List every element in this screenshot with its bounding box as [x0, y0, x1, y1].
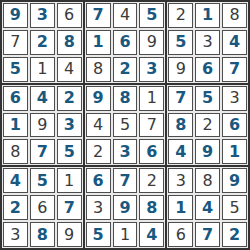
cell-r1c6[interactable]: 5	[139, 3, 164, 28]
cell-r2c6[interactable]: 9	[139, 30, 164, 55]
box-8: 672398514	[85, 167, 166, 248]
cell-r3c7[interactable]: 9	[168, 57, 193, 82]
cell-r1c5[interactable]: 4	[113, 3, 138, 28]
cell-r7c2[interactable]: 5	[30, 168, 55, 193]
cell-r6c6[interactable]: 6	[139, 139, 164, 164]
cell-r2c4[interactable]: 1	[86, 30, 111, 55]
cell-r7c7[interactable]: 3	[168, 168, 193, 193]
cell-r4c1[interactable]: 6	[3, 86, 28, 111]
cell-r2c5[interactable]: 6	[113, 30, 138, 55]
cell-r5c9[interactable]: 6	[222, 113, 247, 138]
cell-r5c4[interactable]: 4	[86, 113, 111, 138]
box-5: 981457236	[85, 85, 166, 166]
cell-r3c6[interactable]: 3	[139, 57, 164, 82]
cell-r9c5[interactable]: 1	[113, 222, 138, 247]
cell-r1c1[interactable]: 9	[3, 3, 28, 28]
cell-r7c8[interactable]: 8	[195, 168, 220, 193]
cell-r8c8[interactable]: 4	[195, 195, 220, 220]
cell-r2c3[interactable]: 8	[57, 30, 82, 55]
cell-r3c3[interactable]: 4	[57, 57, 82, 82]
cell-r4c7[interactable]: 7	[168, 86, 193, 111]
cell-r6c9[interactable]: 1	[222, 139, 247, 164]
cell-r9c8[interactable]: 7	[195, 222, 220, 247]
cell-r4c5[interactable]: 8	[113, 86, 138, 111]
box-1: 936728514	[2, 2, 83, 83]
cell-r5c5[interactable]: 5	[113, 113, 138, 138]
cell-r5c8[interactable]: 2	[195, 113, 220, 138]
box-4: 642193875	[2, 85, 83, 166]
cell-r7c4[interactable]: 6	[86, 168, 111, 193]
cell-r6c7[interactable]: 4	[168, 139, 193, 164]
cell-r6c1[interactable]: 8	[3, 139, 28, 164]
cell-r9c7[interactable]: 6	[168, 222, 193, 247]
cell-r2c2[interactable]: 2	[30, 30, 55, 55]
cell-r6c5[interactable]: 3	[113, 139, 138, 164]
cell-r4c2[interactable]: 4	[30, 86, 55, 111]
cell-r6c8[interactable]: 9	[195, 139, 220, 164]
cell-r5c1[interactable]: 1	[3, 113, 28, 138]
cell-r1c2[interactable]: 3	[30, 3, 55, 28]
cell-r8c6[interactable]: 8	[139, 195, 164, 220]
cell-r6c2[interactable]: 7	[30, 139, 55, 164]
cell-r9c2[interactable]: 8	[30, 222, 55, 247]
cell-r2c8[interactable]: 3	[195, 30, 220, 55]
cell-r3c2[interactable]: 1	[30, 57, 55, 82]
cell-r8c9[interactable]: 5	[222, 195, 247, 220]
cell-r7c3[interactable]: 1	[57, 168, 82, 193]
cell-r5c6[interactable]: 7	[139, 113, 164, 138]
cell-r9c9[interactable]: 2	[222, 222, 247, 247]
cell-r1c9[interactable]: 8	[222, 3, 247, 28]
cell-r4c4[interactable]: 9	[86, 86, 111, 111]
sudoku-board: 9367285147451698232185349676421938759814…	[0, 0, 250, 250]
cell-r6c4[interactable]: 2	[86, 139, 111, 164]
cell-r7c5[interactable]: 7	[113, 168, 138, 193]
cell-r9c1[interactable]: 3	[3, 222, 28, 247]
cell-r1c4[interactable]: 7	[86, 3, 111, 28]
cell-r7c1[interactable]: 4	[3, 168, 28, 193]
box-7: 451267389	[2, 167, 83, 248]
cell-r3c5[interactable]: 2	[113, 57, 138, 82]
cell-r4c3[interactable]: 2	[57, 86, 82, 111]
cell-r8c2[interactable]: 6	[30, 195, 55, 220]
cell-r7c6[interactable]: 2	[139, 168, 164, 193]
cell-r3c9[interactable]: 7	[222, 57, 247, 82]
cell-r3c8[interactable]: 6	[195, 57, 220, 82]
box-3: 218534967	[167, 2, 248, 83]
cell-r4c8[interactable]: 5	[195, 86, 220, 111]
cell-r8c5[interactable]: 9	[113, 195, 138, 220]
cell-r8c1[interactable]: 2	[3, 195, 28, 220]
cell-r6c3[interactable]: 5	[57, 139, 82, 164]
cell-r2c7[interactable]: 5	[168, 30, 193, 55]
cell-r8c3[interactable]: 7	[57, 195, 82, 220]
cell-r3c4[interactable]: 8	[86, 57, 111, 82]
box-2: 745169823	[85, 2, 166, 83]
cell-r5c2[interactable]: 9	[30, 113, 55, 138]
cell-r8c4[interactable]: 3	[86, 195, 111, 220]
cell-r5c7[interactable]: 8	[168, 113, 193, 138]
cell-r7c9[interactable]: 9	[222, 168, 247, 193]
cell-r2c9[interactable]: 4	[222, 30, 247, 55]
cell-r9c4[interactable]: 5	[86, 222, 111, 247]
cell-r5c3[interactable]: 3	[57, 113, 82, 138]
box-9: 389145672	[167, 167, 248, 248]
cell-r3c1[interactable]: 5	[3, 57, 28, 82]
cell-r1c8[interactable]: 1	[195, 3, 220, 28]
cell-r4c9[interactable]: 3	[222, 86, 247, 111]
cell-r2c1[interactable]: 7	[3, 30, 28, 55]
box-6: 753826491	[167, 85, 248, 166]
cell-r1c7[interactable]: 2	[168, 3, 193, 28]
cell-r9c6[interactable]: 4	[139, 222, 164, 247]
cell-r8c7[interactable]: 1	[168, 195, 193, 220]
cell-r9c3[interactable]: 9	[57, 222, 82, 247]
cell-r4c6[interactable]: 1	[139, 86, 164, 111]
cell-r1c3[interactable]: 6	[57, 3, 82, 28]
